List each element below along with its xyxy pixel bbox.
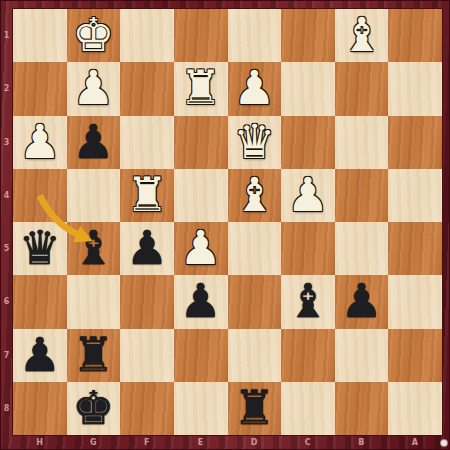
- square-a3[interactable]: [388, 116, 442, 169]
- square-h7[interactable]: ♟: [13, 329, 67, 382]
- black-pawn[interactable]: ♟: [72, 118, 114, 165]
- square-e1[interactable]: [174, 9, 228, 62]
- square-b4[interactable]: [335, 169, 389, 222]
- square-f7[interactable]: [120, 329, 174, 382]
- square-c4[interactable]: ♟: [281, 169, 335, 222]
- square-e3[interactable]: [174, 116, 228, 169]
- chess-board: ♚♝♟♜♟♟♟♛♜♝♟♛♝♟♟♟♝♟♟♜♚♜: [13, 9, 442, 435]
- square-b6[interactable]: ♟: [335, 275, 389, 328]
- black-rook[interactable]: ♜: [72, 331, 114, 378]
- file-label-f: F: [120, 435, 174, 450]
- black-bishop[interactable]: ♝: [72, 224, 114, 271]
- rank-label-2: 2: [0, 62, 13, 115]
- square-c6[interactable]: ♝: [281, 275, 335, 328]
- black-queen[interactable]: ♛: [19, 224, 61, 271]
- square-g5[interactable]: ♝: [67, 222, 121, 275]
- white-king[interactable]: ♚: [72, 11, 114, 58]
- white-bishop[interactable]: ♝: [340, 11, 382, 58]
- square-d5[interactable]: [228, 222, 282, 275]
- square-e6[interactable]: ♟: [174, 275, 228, 328]
- square-c2[interactable]: [281, 62, 335, 115]
- file-labels: HGFEDCBA: [13, 435, 442, 450]
- square-b5[interactable]: [335, 222, 389, 275]
- square-a1[interactable]: [388, 9, 442, 62]
- square-g3[interactable]: ♟: [67, 116, 121, 169]
- white-bishop[interactable]: ♝: [233, 171, 275, 218]
- square-d8[interactable]: ♜: [228, 382, 282, 435]
- square-h1[interactable]: [13, 9, 67, 62]
- square-b7[interactable]: [335, 329, 389, 382]
- side-to-move-indicator-dot: [440, 439, 448, 447]
- white-rook[interactable]: ♜: [180, 64, 222, 111]
- square-a2[interactable]: [388, 62, 442, 115]
- rank-label-1: 1: [0, 9, 13, 62]
- square-h6[interactable]: [13, 275, 67, 328]
- square-a7[interactable]: [388, 329, 442, 382]
- file-label-c: C: [281, 435, 335, 450]
- rank-labels: 12345678: [0, 9, 13, 435]
- square-g2[interactable]: ♟: [67, 62, 121, 115]
- square-f1[interactable]: [120, 9, 174, 62]
- square-d1[interactable]: [228, 9, 282, 62]
- square-g4[interactable]: [67, 169, 121, 222]
- black-pawn[interactable]: ♟: [19, 331, 61, 378]
- black-pawn[interactable]: ♟: [340, 277, 382, 324]
- square-f2[interactable]: [120, 62, 174, 115]
- square-g1[interactable]: ♚: [67, 9, 121, 62]
- rank-label-5: 5: [0, 222, 13, 275]
- square-e7[interactable]: [174, 329, 228, 382]
- square-d7[interactable]: [228, 329, 282, 382]
- square-b8[interactable]: [335, 382, 389, 435]
- white-pawn[interactable]: ♟: [287, 171, 329, 218]
- square-d2[interactable]: ♟: [228, 62, 282, 115]
- square-a6[interactable]: [388, 275, 442, 328]
- square-h8[interactable]: [13, 382, 67, 435]
- square-f3[interactable]: [120, 116, 174, 169]
- square-f4[interactable]: ♜: [120, 169, 174, 222]
- square-e8[interactable]: [174, 382, 228, 435]
- square-c8[interactable]: [281, 382, 335, 435]
- square-a8[interactable]: [388, 382, 442, 435]
- square-e4[interactable]: [174, 169, 228, 222]
- white-queen[interactable]: ♛: [233, 118, 275, 165]
- black-king[interactable]: ♚: [72, 384, 114, 431]
- file-label-g: G: [67, 435, 121, 450]
- square-c5[interactable]: [281, 222, 335, 275]
- black-pawn[interactable]: ♟: [180, 277, 222, 324]
- square-e2[interactable]: ♜: [174, 62, 228, 115]
- square-f5[interactable]: ♟: [120, 222, 174, 275]
- square-g7[interactable]: ♜: [67, 329, 121, 382]
- file-label-h: H: [13, 435, 67, 450]
- square-b1[interactable]: ♝: [335, 9, 389, 62]
- rank-label-3: 3: [0, 116, 13, 169]
- square-d3[interactable]: ♛: [228, 116, 282, 169]
- file-label-e: E: [174, 435, 228, 450]
- square-h3[interactable]: ♟: [13, 116, 67, 169]
- square-b3[interactable]: [335, 116, 389, 169]
- square-c7[interactable]: [281, 329, 335, 382]
- square-c3[interactable]: [281, 116, 335, 169]
- rank-label-6: 6: [0, 275, 13, 328]
- white-pawn[interactable]: ♟: [72, 64, 114, 111]
- chess-board-frame: ♚♝♟♜♟♟♟♛♜♝♟♛♝♟♟♟♝♟♟♜♚♜ 12345678 HGFEDCBA: [0, 0, 450, 450]
- square-g6[interactable]: [67, 275, 121, 328]
- white-pawn[interactable]: ♟: [233, 64, 275, 111]
- square-h5[interactable]: ♛: [13, 222, 67, 275]
- square-a4[interactable]: [388, 169, 442, 222]
- square-d6[interactable]: [228, 275, 282, 328]
- black-bishop[interactable]: ♝: [287, 277, 329, 324]
- square-h4[interactable]: [13, 169, 67, 222]
- square-e5[interactable]: ♟: [174, 222, 228, 275]
- square-h2[interactable]: [13, 62, 67, 115]
- square-g8[interactable]: ♚: [67, 382, 121, 435]
- black-pawn[interactable]: ♟: [126, 224, 168, 271]
- square-b2[interactable]: [335, 62, 389, 115]
- black-rook[interactable]: ♜: [233, 384, 275, 431]
- white-rook[interactable]: ♜: [126, 171, 168, 218]
- square-f6[interactable]: [120, 275, 174, 328]
- square-c1[interactable]: [281, 9, 335, 62]
- rank-label-4: 4: [0, 169, 13, 222]
- white-pawn[interactable]: ♟: [180, 224, 222, 271]
- rank-label-8: 8: [0, 382, 13, 435]
- file-label-a: A: [388, 435, 442, 450]
- rank-label-7: 7: [0, 329, 13, 382]
- file-label-b: B: [335, 435, 389, 450]
- square-f8[interactable]: [120, 382, 174, 435]
- file-label-d: D: [228, 435, 282, 450]
- square-a5[interactable]: [388, 222, 442, 275]
- white-pawn[interactable]: ♟: [19, 118, 61, 165]
- square-d4[interactable]: ♝: [228, 169, 282, 222]
